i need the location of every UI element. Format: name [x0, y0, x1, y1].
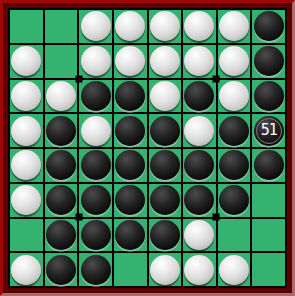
disc-black — [81, 185, 111, 215]
disc-white — [184, 220, 214, 250]
cell-f5[interactable] — [183, 149, 216, 182]
disc-black — [219, 150, 249, 180]
cell-d2[interactable] — [114, 45, 147, 78]
cell-b2[interactable] — [45, 45, 78, 78]
cell-d8[interactable] — [114, 253, 147, 286]
disc-white — [184, 116, 214, 146]
disc-black — [81, 220, 111, 250]
cell-c8[interactable] — [79, 253, 112, 286]
disc-black — [46, 116, 76, 146]
cell-e1[interactable] — [149, 10, 182, 43]
cell-c3[interactable] — [79, 80, 112, 113]
cell-h6[interactable] — [252, 184, 285, 217]
disc-white — [150, 255, 180, 285]
cell-h1[interactable] — [252, 10, 285, 43]
disc-white — [219, 255, 249, 285]
othello-board: 51 — [8, 8, 287, 288]
cell-g8[interactable] — [218, 253, 251, 286]
cell-g5[interactable] — [218, 149, 251, 182]
cell-g7[interactable] — [218, 219, 251, 252]
disc-black — [115, 150, 145, 180]
disc-black — [46, 220, 76, 250]
cell-d3[interactable] — [114, 80, 147, 113]
cell-a3[interactable] — [10, 80, 43, 113]
disc-black — [46, 185, 76, 215]
disc-white — [115, 11, 145, 41]
cell-c6[interactable] — [79, 184, 112, 217]
cell-h8[interactable] — [252, 253, 285, 286]
cell-d5[interactable] — [114, 149, 147, 182]
disc-black — [184, 81, 214, 111]
disc-white — [184, 46, 214, 76]
disc-black — [254, 46, 284, 76]
cell-e3[interactable] — [149, 80, 182, 113]
disc-black — [115, 81, 145, 111]
cell-g3[interactable] — [218, 80, 251, 113]
cell-d1[interactable] — [114, 10, 147, 43]
cell-c5[interactable] — [79, 149, 112, 182]
disc-white — [46, 81, 76, 111]
disc-white — [219, 11, 249, 41]
cell-a6[interactable] — [10, 184, 43, 217]
cell-b7[interactable] — [45, 219, 78, 252]
disc-black — [254, 150, 284, 180]
cell-a5[interactable] — [10, 149, 43, 182]
cell-a4[interactable] — [10, 114, 43, 147]
disc-black — [81, 150, 111, 180]
cell-e8[interactable] — [149, 253, 182, 286]
cell-b3[interactable] — [45, 80, 78, 113]
cell-g6[interactable] — [218, 184, 251, 217]
disc-black — [115, 116, 145, 146]
star-point — [213, 214, 220, 221]
cell-b4[interactable] — [45, 114, 78, 147]
cell-e6[interactable] — [149, 184, 182, 217]
disc-black — [219, 185, 249, 215]
disc-white — [11, 46, 41, 76]
disc-black — [254, 81, 284, 111]
disc-white — [11, 150, 41, 180]
cell-c4[interactable] — [79, 114, 112, 147]
cell-f3[interactable] — [183, 80, 216, 113]
cell-h3[interactable] — [252, 80, 285, 113]
disc-black — [115, 185, 145, 215]
disc-black — [150, 185, 180, 215]
star-point — [75, 214, 82, 221]
cell-f8[interactable] — [183, 253, 216, 286]
cell-e4[interactable] — [149, 114, 182, 147]
disc-white — [81, 116, 111, 146]
cell-d7[interactable] — [114, 219, 147, 252]
cell-d4[interactable] — [114, 114, 147, 147]
disc-black — [254, 11, 284, 41]
disc-white — [219, 46, 249, 76]
cell-a7[interactable] — [10, 219, 43, 252]
cell-g4[interactable] — [218, 114, 251, 147]
disc-white — [184, 11, 214, 41]
cell-g1[interactable] — [218, 10, 251, 43]
disc-white — [11, 81, 41, 111]
cell-b1[interactable] — [45, 10, 78, 43]
cell-h7[interactable] — [252, 219, 285, 252]
disc-white — [81, 11, 111, 41]
cell-c7[interactable] — [79, 219, 112, 252]
star-point — [75, 76, 82, 83]
disc-black — [46, 150, 76, 180]
disc-white — [11, 185, 41, 215]
cell-c2[interactable] — [79, 45, 112, 78]
disc-black — [81, 255, 111, 285]
cell-e5[interactable] — [149, 149, 182, 182]
cell-a1[interactable] — [10, 10, 43, 43]
cell-c1[interactable] — [79, 10, 112, 43]
cell-h5[interactable] — [252, 149, 285, 182]
cell-d6[interactable] — [114, 184, 147, 217]
cell-h2[interactable] — [252, 45, 285, 78]
move-number-label: 51 — [261, 123, 277, 138]
disc-black-last-move: 51 — [254, 116, 284, 146]
disc-black — [184, 150, 214, 180]
star-point — [213, 76, 220, 83]
disc-white — [219, 81, 249, 111]
cell-e2[interactable] — [149, 45, 182, 78]
disc-black — [150, 150, 180, 180]
disc-black — [115, 220, 145, 250]
cell-f1[interactable] — [183, 10, 216, 43]
disc-white — [115, 46, 145, 76]
disc-white — [150, 46, 180, 76]
cell-a2[interactable] — [10, 45, 43, 78]
cell-f4[interactable] — [183, 114, 216, 147]
cell-a8[interactable] — [10, 253, 43, 286]
cell-f2[interactable] — [183, 45, 216, 78]
cell-f6[interactable] — [183, 184, 216, 217]
cell-f7[interactable] — [183, 219, 216, 252]
disc-black — [81, 81, 111, 111]
disc-black — [150, 116, 180, 146]
board-grid: 51 — [10, 10, 285, 286]
disc-white — [184, 255, 214, 285]
disc-white — [150, 11, 180, 41]
board-frame: 51 — [0, 0, 295, 296]
cell-b8[interactable] — [45, 253, 78, 286]
disc-white — [11, 255, 41, 285]
cell-g2[interactable] — [218, 45, 251, 78]
disc-black — [150, 220, 180, 250]
cell-b6[interactable] — [45, 184, 78, 217]
disc-white — [11, 116, 41, 146]
disc-white — [150, 81, 180, 111]
disc-black — [46, 255, 76, 285]
cell-e7[interactable] — [149, 219, 182, 252]
disc-white — [81, 46, 111, 76]
disc-black — [184, 185, 214, 215]
cell-h4[interactable]: 51 — [252, 114, 285, 147]
cell-b5[interactable] — [45, 149, 78, 182]
disc-black — [219, 116, 249, 146]
